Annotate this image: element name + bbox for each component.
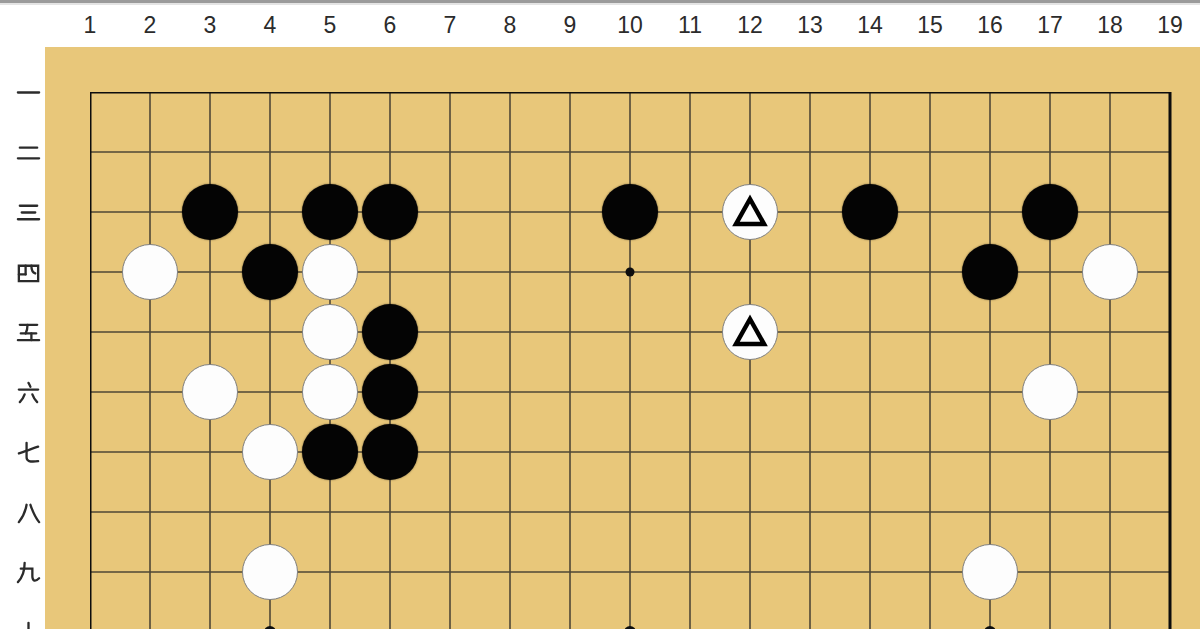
triangle-mark-icon xyxy=(731,313,769,351)
stone-glyph: ● xyxy=(618,192,642,232)
row-label-7 xyxy=(12,438,44,466)
stone-glyph: ● xyxy=(378,192,402,232)
black-stone-6-5: ● xyxy=(362,304,418,360)
column-label-4: 4 xyxy=(248,12,292,39)
column-label-14: 14 xyxy=(848,12,892,39)
stone-glyph: ● xyxy=(378,372,402,412)
white-stone-5-6: ○ xyxy=(302,364,358,420)
stone-glyph: ● xyxy=(1038,192,1062,232)
row-label-10 xyxy=(12,618,44,629)
column-label-12: 12 xyxy=(728,12,772,39)
column-label-16: 16 xyxy=(968,12,1012,39)
row-label-4 xyxy=(12,258,44,286)
white-stone-12-5-triangle: ○ xyxy=(722,304,778,360)
stone-glyph: ○ xyxy=(978,552,1002,592)
stone-glyph: ○ xyxy=(258,552,282,592)
stone-glyph: ● xyxy=(378,312,402,352)
row-label-5 xyxy=(12,318,44,346)
stone-glyph: ● xyxy=(318,192,342,232)
stone-glyph: ○ xyxy=(1098,252,1122,292)
white-stone-12-3-triangle: ○ xyxy=(722,184,778,240)
go-board[interactable]: ●●●●○●●○●○●○○●○○○●○○●●○○ xyxy=(45,47,1200,629)
white-stone-4-7: ○ xyxy=(242,424,298,480)
white-stone-4-9: ○ xyxy=(242,544,298,600)
stone-glyph: ○ xyxy=(318,312,342,352)
white-stone-3-6: ○ xyxy=(182,364,238,420)
row-label-6 xyxy=(12,378,44,406)
row-label-3 xyxy=(12,198,44,226)
white-stone-18-4: ○ xyxy=(1082,244,1138,300)
stone-glyph: ○ xyxy=(198,372,222,412)
black-stone-17-3: ● xyxy=(1022,184,1078,240)
black-stone-5-7: ● xyxy=(302,424,358,480)
black-stone-6-6: ● xyxy=(362,364,418,420)
black-stone-5-3: ● xyxy=(302,184,358,240)
white-stone-17-6: ○ xyxy=(1022,364,1078,420)
column-label-5: 5 xyxy=(308,12,352,39)
stone-glyph: ○ xyxy=(1038,372,1062,412)
row-label-2 xyxy=(12,138,44,166)
column-label-15: 15 xyxy=(908,12,952,39)
row-label-1 xyxy=(12,78,44,106)
stone-glyph: ● xyxy=(318,432,342,472)
black-stone-6-7: ● xyxy=(362,424,418,480)
stone-glyph: ○ xyxy=(138,252,162,292)
go-diagram-screen: 12345678910111213141516171819 ●●●●○●●○●○… xyxy=(0,0,1200,629)
white-stone-5-4: ○ xyxy=(302,244,358,300)
window-top-edge-highlight xyxy=(0,3,1200,5)
column-label-1: 1 xyxy=(68,12,112,39)
white-stone-16-9: ○ xyxy=(962,544,1018,600)
star-point-10-4 xyxy=(626,268,635,277)
black-stone-16-4: ● xyxy=(962,244,1018,300)
black-stone-3-3: ● xyxy=(182,184,238,240)
column-label-8: 8 xyxy=(488,12,532,39)
column-label-11: 11 xyxy=(668,12,712,39)
column-label-19: 19 xyxy=(1148,12,1192,39)
stone-glyph: ○ xyxy=(258,432,282,472)
black-stone-10-3: ● xyxy=(602,184,658,240)
row-label-8 xyxy=(12,498,44,526)
column-label-10: 10 xyxy=(608,12,652,39)
black-stone-6-3: ● xyxy=(362,184,418,240)
column-label-6: 6 xyxy=(368,12,412,39)
column-label-3: 3 xyxy=(188,12,232,39)
row-label-9 xyxy=(12,558,44,586)
stone-glyph: ● xyxy=(858,192,882,232)
column-label-13: 13 xyxy=(788,12,832,39)
stone-glyph: ● xyxy=(198,192,222,232)
column-label-18: 18 xyxy=(1088,12,1132,39)
column-label-2: 2 xyxy=(128,12,172,39)
column-label-17: 17 xyxy=(1028,12,1072,39)
black-stone-14-3: ● xyxy=(842,184,898,240)
white-stone-2-4: ○ xyxy=(122,244,178,300)
stone-glyph: ○ xyxy=(318,372,342,412)
white-stone-5-5: ○ xyxy=(302,304,358,360)
triangle-mark-icon xyxy=(731,193,769,231)
stone-glyph: ● xyxy=(378,432,402,472)
column-label-9: 9 xyxy=(548,12,592,39)
stone-glyph: ● xyxy=(258,252,282,292)
stone-glyph: ○ xyxy=(318,252,342,292)
stone-glyph: ● xyxy=(978,252,1002,292)
column-label-7: 7 xyxy=(428,12,472,39)
black-stone-4-4: ● xyxy=(242,244,298,300)
